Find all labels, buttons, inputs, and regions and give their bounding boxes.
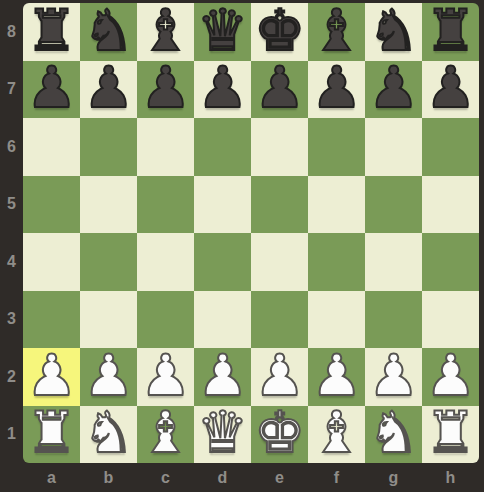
square-f4[interactable] bbox=[308, 233, 365, 291]
file-label-f: f bbox=[308, 463, 365, 492]
file-label-a: a bbox=[23, 463, 80, 492]
black-bishop[interactable]: ♝ bbox=[308, 3, 365, 61]
square-h1[interactable]: ♜ bbox=[422, 406, 479, 464]
square-g7[interactable]: ♟ bbox=[365, 61, 422, 119]
square-a7[interactable]: ♟ bbox=[23, 61, 80, 119]
black-pawn[interactable]: ♟ bbox=[308, 61, 365, 119]
rank-label-8: 8 bbox=[0, 3, 23, 61]
square-f3[interactable] bbox=[308, 291, 365, 349]
black-pawn[interactable]: ♟ bbox=[365, 61, 422, 119]
black-pawn[interactable]: ♟ bbox=[194, 61, 251, 119]
black-pawn[interactable]: ♟ bbox=[137, 61, 194, 119]
black-pawn[interactable]: ♟ bbox=[251, 61, 308, 119]
square-g5[interactable] bbox=[365, 176, 422, 234]
square-h3[interactable] bbox=[422, 291, 479, 349]
square-a5[interactable] bbox=[23, 176, 80, 234]
black-queen[interactable]: ♛ bbox=[194, 3, 251, 61]
rank-label-4: 4 bbox=[0, 233, 23, 291]
square-a8[interactable]: ♜ bbox=[23, 3, 80, 61]
square-g6[interactable] bbox=[365, 118, 422, 176]
square-e3[interactable] bbox=[251, 291, 308, 349]
black-pawn[interactable]: ♟ bbox=[23, 61, 80, 119]
black-king[interactable]: ♚ bbox=[251, 3, 308, 61]
rank-label-3: 3 bbox=[0, 291, 23, 349]
white-knight[interactable]: ♞ bbox=[365, 406, 422, 464]
black-knight[interactable]: ♞ bbox=[365, 3, 422, 61]
chess-board: ♜♞♝♛♚♝♞♜♟♟♟♟♟♟♟♟♟♟♟♟♟♟♟♟♜♞♝♛♚♝♞♜ bbox=[23, 3, 479, 463]
square-a3[interactable] bbox=[23, 291, 80, 349]
file-label-c: c bbox=[137, 463, 194, 492]
square-g2[interactable]: ♟ bbox=[365, 348, 422, 406]
square-a1[interactable]: ♜ bbox=[23, 406, 80, 464]
white-rook[interactable]: ♜ bbox=[23, 406, 80, 464]
white-pawn[interactable]: ♟ bbox=[137, 348, 194, 406]
square-h8[interactable]: ♜ bbox=[422, 3, 479, 61]
square-b2[interactable]: ♟ bbox=[80, 348, 137, 406]
black-bishop[interactable]: ♝ bbox=[137, 3, 194, 61]
square-b4[interactable] bbox=[80, 233, 137, 291]
square-e1[interactable]: ♚ bbox=[251, 406, 308, 464]
square-h6[interactable] bbox=[422, 118, 479, 176]
square-f6[interactable] bbox=[308, 118, 365, 176]
square-d8[interactable]: ♛ bbox=[194, 3, 251, 61]
square-g4[interactable] bbox=[365, 233, 422, 291]
black-pawn[interactable]: ♟ bbox=[80, 61, 137, 119]
square-e2[interactable]: ♟ bbox=[251, 348, 308, 406]
rank-label-1: 1 bbox=[0, 406, 23, 464]
square-d1[interactable]: ♛ bbox=[194, 406, 251, 464]
square-h7[interactable]: ♟ bbox=[422, 61, 479, 119]
square-f1[interactable]: ♝ bbox=[308, 406, 365, 464]
file-label-g: g bbox=[365, 463, 422, 492]
white-bishop[interactable]: ♝ bbox=[137, 406, 194, 464]
rank-label-5: 5 bbox=[0, 176, 23, 234]
square-d3[interactable] bbox=[194, 291, 251, 349]
square-c6[interactable] bbox=[137, 118, 194, 176]
file-label-h: h bbox=[422, 463, 479, 492]
square-c2[interactable]: ♟ bbox=[137, 348, 194, 406]
square-e5[interactable] bbox=[251, 176, 308, 234]
black-rook[interactable]: ♜ bbox=[422, 3, 479, 61]
square-b6[interactable] bbox=[80, 118, 137, 176]
square-f2[interactable]: ♟ bbox=[308, 348, 365, 406]
square-c4[interactable] bbox=[137, 233, 194, 291]
square-a6[interactable] bbox=[23, 118, 80, 176]
white-pawn[interactable]: ♟ bbox=[308, 348, 365, 406]
white-pawn[interactable]: ♟ bbox=[422, 348, 479, 406]
white-pawn[interactable]: ♟ bbox=[80, 348, 137, 406]
square-f8[interactable]: ♝ bbox=[308, 3, 365, 61]
square-d4[interactable] bbox=[194, 233, 251, 291]
white-pawn[interactable]: ♟ bbox=[194, 348, 251, 406]
square-d2[interactable]: ♟ bbox=[194, 348, 251, 406]
square-h5[interactable] bbox=[422, 176, 479, 234]
square-c3[interactable] bbox=[137, 291, 194, 349]
square-d7[interactable]: ♟ bbox=[194, 61, 251, 119]
rank-label-2: 2 bbox=[0, 348, 23, 406]
square-f5[interactable] bbox=[308, 176, 365, 234]
file-label-d: d bbox=[194, 463, 251, 492]
square-c8[interactable]: ♝ bbox=[137, 3, 194, 61]
square-g3[interactable] bbox=[365, 291, 422, 349]
chess-app: ♜♞♝♛♚♝♞♜♟♟♟♟♟♟♟♟♟♟♟♟♟♟♟♟♜♞♝♛♚♝♞♜ 8765432… bbox=[0, 0, 484, 492]
square-f7[interactable]: ♟ bbox=[308, 61, 365, 119]
square-c7[interactable]: ♟ bbox=[137, 61, 194, 119]
square-e4[interactable] bbox=[251, 233, 308, 291]
white-king[interactable]: ♚ bbox=[251, 406, 308, 464]
white-queen[interactable]: ♛ bbox=[194, 406, 251, 464]
file-coordinates: abcdefgh bbox=[23, 463, 479, 492]
square-b5[interactable] bbox=[80, 176, 137, 234]
square-d5[interactable] bbox=[194, 176, 251, 234]
square-c1[interactable]: ♝ bbox=[137, 406, 194, 464]
white-pawn[interactable]: ♟ bbox=[251, 348, 308, 406]
square-h4[interactable] bbox=[422, 233, 479, 291]
square-b8[interactable]: ♞ bbox=[80, 3, 137, 61]
white-pawn[interactable]: ♟ bbox=[23, 348, 80, 406]
square-b3[interactable] bbox=[80, 291, 137, 349]
square-a2[interactable]: ♟ bbox=[23, 348, 80, 406]
square-g1[interactable]: ♞ bbox=[365, 406, 422, 464]
file-label-e: e bbox=[251, 463, 308, 492]
black-knight[interactable]: ♞ bbox=[80, 3, 137, 61]
square-e8[interactable]: ♚ bbox=[251, 3, 308, 61]
square-a4[interactable] bbox=[23, 233, 80, 291]
rank-coordinates: 87654321 bbox=[0, 3, 23, 463]
rank-label-6: 6 bbox=[0, 118, 23, 176]
black-pawn[interactable]: ♟ bbox=[422, 61, 479, 119]
square-g8[interactable]: ♞ bbox=[365, 3, 422, 61]
rank-label-7: 7 bbox=[0, 61, 23, 119]
black-rook[interactable]: ♜ bbox=[23, 3, 80, 61]
square-e7[interactable]: ♟ bbox=[251, 61, 308, 119]
square-d6[interactable] bbox=[194, 118, 251, 176]
file-label-b: b bbox=[80, 463, 137, 492]
white-bishop[interactable]: ♝ bbox=[308, 406, 365, 464]
square-b1[interactable]: ♞ bbox=[80, 406, 137, 464]
square-c5[interactable] bbox=[137, 176, 194, 234]
square-e6[interactable] bbox=[251, 118, 308, 176]
white-pawn[interactable]: ♟ bbox=[365, 348, 422, 406]
white-knight[interactable]: ♞ bbox=[80, 406, 137, 464]
white-rook[interactable]: ♜ bbox=[422, 406, 479, 464]
square-h2[interactable]: ♟ bbox=[422, 348, 479, 406]
square-b7[interactable]: ♟ bbox=[80, 61, 137, 119]
